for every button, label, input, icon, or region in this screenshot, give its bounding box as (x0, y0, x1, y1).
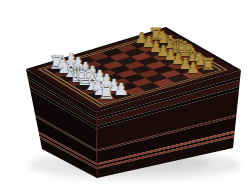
piece-white-pawn: ♟ (113, 81, 128, 98)
chess-set-product-photo: ♜♞♟♟♝♟♛♟♚♟♝♟♟♞♜♟♟♜♞♟♟♝♟♛♟♚♟♝♟♞♟♜ (0, 0, 250, 188)
piece-black-pawn: ♟ (186, 61, 200, 76)
chess-pieces-layer: ♜♞♟♟♝♟♛♟♚♟♝♟♟♞♜♟♟♜♞♟♟♝♟♛♟♚♟♝♟♞♟♜ (0, 0, 250, 188)
piece-white-rook: ♜ (98, 83, 115, 102)
piece-black-rook: ♜ (200, 56, 215, 73)
